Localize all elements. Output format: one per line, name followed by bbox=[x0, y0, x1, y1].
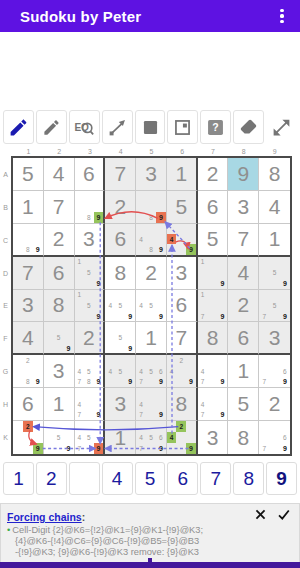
candidate-D3-9: 9 bbox=[94, 278, 104, 289]
candidate-F2-5: 5 bbox=[54, 333, 64, 343]
cell-D9[interactable]: 59 bbox=[259, 257, 290, 290]
candidate-G5-9: 9 bbox=[156, 377, 166, 388]
cell-K8[interactable]: 8 bbox=[228, 421, 259, 454]
candidate-C5-9: 9 bbox=[156, 244, 166, 254]
cell-B2[interactable]: 7 bbox=[44, 191, 75, 224]
candidate-K5-6: 6 bbox=[156, 432, 166, 443]
cell-F8[interactable]: 6 bbox=[228, 322, 259, 355]
cell-E3[interactable]: 159 bbox=[75, 290, 106, 323]
candidate-G3-4: 4 bbox=[75, 366, 85, 377]
candidate-C1-9: 9 bbox=[33, 244, 43, 254]
cell-F7[interactable]: 8 bbox=[198, 322, 229, 355]
bottom-handle-bar[interactable] bbox=[0, 562, 300, 568]
cell-F9[interactable]: 3 bbox=[259, 322, 290, 355]
value-A2: 4 bbox=[44, 158, 74, 190]
cell-C6[interactable]: 49 bbox=[167, 224, 198, 257]
cell-H5[interactable]: 479 bbox=[136, 388, 167, 421]
cell-G7[interactable]: 479 bbox=[198, 355, 229, 388]
candidate-E4-5: 5 bbox=[115, 300, 125, 311]
cell-F4[interactable]: 59 bbox=[105, 322, 136, 355]
cell-H2[interactable]: 1 bbox=[44, 388, 75, 421]
candidate-K1-9: 9 bbox=[33, 443, 43, 454]
value-D6: 3 bbox=[167, 257, 196, 289]
cell-H1[interactable]: 6 bbox=[13, 388, 44, 421]
cell-K1[interactable]: 29 bbox=[13, 421, 44, 454]
cell-A1[interactable]: 5 bbox=[13, 158, 44, 191]
corner-square-icon bbox=[172, 117, 193, 138]
candidate-G7-9: 9 bbox=[218, 377, 228, 388]
cell-C2[interactable]: 2 bbox=[44, 224, 75, 257]
candidate-C1-8: 8 bbox=[23, 244, 33, 254]
candidate-D9-5: 5 bbox=[269, 267, 279, 278]
value-H9: 2 bbox=[259, 388, 290, 420]
cell-G3[interactable]: 45789 bbox=[75, 355, 106, 388]
value-F6: 7 bbox=[167, 322, 196, 353]
candidate-H5-7: 7 bbox=[136, 409, 146, 420]
value-A6: 1 bbox=[167, 158, 196, 190]
candidate-B3-9: 9 bbox=[94, 212, 104, 223]
hint-text-line-2: {4}@K6-{!4}@C6={9}@C6-{!9}@B5={9}@B3 bbox=[7, 536, 293, 547]
value-B4: 2 bbox=[105, 191, 135, 223]
value-F1: 4 bbox=[13, 322, 43, 353]
sudoku-grid: 5467312981789289563489236489495717615982… bbox=[11, 156, 292, 456]
cell-D6[interactable]: 3 bbox=[167, 257, 198, 290]
candidate-K6-4: 4 bbox=[167, 432, 177, 443]
candidate-D9-9: 9 bbox=[280, 278, 290, 289]
sudoku-board: 5467312981789289563489236489495717615982… bbox=[0, 147, 300, 460]
pen-tool-button[interactable] bbox=[3, 110, 34, 144]
candidate-E5-9: 9 bbox=[156, 311, 166, 322]
hint-title-colon: : bbox=[82, 511, 86, 523]
candidate-C5-4: 4 bbox=[136, 234, 146, 244]
chain-link-icon bbox=[107, 117, 128, 138]
candidate-G9-7: 7 bbox=[259, 377, 269, 388]
cell-G2[interactable]: 3 bbox=[44, 355, 75, 388]
value-F9: 3 bbox=[259, 322, 290, 353]
col-label-5: 5 bbox=[136, 147, 167, 156]
value-D5: 2 bbox=[136, 257, 166, 289]
value-C9: 1 bbox=[259, 224, 290, 255]
value-B7: 6 bbox=[198, 191, 228, 223]
candidate-H3-4: 4 bbox=[75, 399, 85, 410]
cell-H3[interactable]: 479 bbox=[75, 388, 106, 421]
candidate-K5-5: 5 bbox=[146, 432, 156, 443]
value-G8: 1 bbox=[228, 355, 258, 387]
col-label-6: 6 bbox=[167, 147, 198, 156]
candidate-G1-2: 2 bbox=[23, 355, 33, 366]
candidate-G1-9: 9 bbox=[33, 377, 43, 388]
row-label-F: F bbox=[0, 322, 11, 355]
candidate-E9-5: 5 bbox=[269, 300, 279, 311]
value-C3: 3 bbox=[75, 224, 104, 255]
candidate-H5-4: 4 bbox=[136, 399, 146, 410]
value-D4: 8 bbox=[105, 257, 135, 289]
accept-hint-icon[interactable] bbox=[276, 508, 291, 521]
value-A1: 5 bbox=[13, 158, 43, 190]
value-F5: 1 bbox=[136, 322, 166, 353]
cell-D8[interactable]: 4 bbox=[228, 257, 259, 290]
col-label-4: 4 bbox=[105, 147, 136, 156]
candidate-B3-8: 8 bbox=[84, 212, 94, 223]
corner-square-tool-button[interactable] bbox=[167, 110, 198, 144]
cell-C4[interactable]: 6 bbox=[105, 224, 136, 257]
help-icon: ? bbox=[205, 117, 226, 138]
value-K7: 3 bbox=[198, 421, 228, 454]
digit-button-8[interactable]: 8 bbox=[233, 462, 264, 495]
cell-E6[interactable]: 6 bbox=[167, 290, 198, 323]
candidate-D3-1: 1 bbox=[75, 257, 85, 268]
cell-D3[interactable]: 159 bbox=[75, 257, 106, 290]
hint-panel: Forcing chains: •Cell-Digit {2}@K6={!2}@… bbox=[0, 503, 300, 563]
candidate-K9-6: 6 bbox=[280, 432, 290, 443]
cell-A7[interactable]: 2 bbox=[198, 158, 229, 191]
fullscreen-tool-button[interactable] bbox=[266, 110, 297, 144]
cell-F5[interactable]: 1 bbox=[136, 322, 167, 355]
candidate-K1-2: 2 bbox=[23, 421, 33, 432]
value-F3: 2 bbox=[75, 322, 104, 353]
candidate-K5-4: 4 bbox=[136, 432, 146, 443]
candidate-H3-9: 9 bbox=[94, 409, 104, 420]
cell-F2[interactable]: 59 bbox=[44, 322, 75, 355]
value-H2: 1 bbox=[44, 388, 74, 420]
candidate-G7-4: 4 bbox=[198, 366, 208, 377]
candidate-K3-4: 4 bbox=[75, 432, 85, 443]
candidate-H7-9: 9 bbox=[218, 409, 228, 420]
digit-button-1[interactable]: 1 bbox=[3, 462, 34, 495]
candidate-G6-4: 4 bbox=[167, 366, 177, 377]
cell-H9[interactable]: 2 bbox=[259, 388, 290, 421]
candidate-D7-1: 1 bbox=[198, 257, 208, 268]
cell-K7[interactable]: 3 bbox=[198, 421, 229, 454]
cell-E8[interactable]: 2 bbox=[228, 290, 259, 323]
value-C7: 5 bbox=[198, 224, 228, 255]
candidate-E7-7: 7 bbox=[198, 311, 208, 322]
cell-A8[interactable]: 9 bbox=[228, 158, 259, 191]
examine-icon: EQ bbox=[73, 116, 95, 138]
cell-D4[interactable]: 8 bbox=[105, 257, 136, 290]
cell-C8[interactable]: 7 bbox=[228, 224, 259, 257]
col-label-3: 3 bbox=[75, 147, 106, 156]
cell-F6[interactable]: 7 bbox=[167, 322, 198, 355]
candidate-E5-5: 5 bbox=[146, 300, 156, 311]
cell-C5[interactable]: 489 bbox=[136, 224, 167, 257]
candidate-D7-9: 9 bbox=[218, 278, 228, 289]
cell-E7[interactable]: 179 bbox=[198, 290, 229, 323]
candidate-G3-8: 8 bbox=[84, 377, 94, 388]
value-A3: 6 bbox=[75, 158, 104, 190]
cell-B7[interactable]: 6 bbox=[198, 191, 229, 224]
cell-E9[interactable]: 579 bbox=[259, 290, 290, 323]
cell-G6[interactable]: 249 bbox=[167, 355, 198, 388]
col-label-8: 8 bbox=[228, 147, 259, 156]
cell-A6[interactable]: 1 bbox=[167, 158, 198, 191]
candidate-E7-9: 9 bbox=[218, 311, 228, 322]
row-label-C: C bbox=[0, 224, 11, 257]
candidate-B5-8: 8 bbox=[146, 212, 156, 223]
candidate-K3-7: 7 bbox=[75, 443, 85, 454]
cell-A9[interactable]: 8 bbox=[259, 158, 290, 191]
overflow-menu-button[interactable] bbox=[272, 6, 292, 26]
svg-text:?: ? bbox=[213, 121, 219, 133]
candidate-K9-9: 9 bbox=[280, 443, 290, 454]
pen-icon bbox=[8, 117, 29, 138]
cell-B1[interactable]: 1 bbox=[13, 191, 44, 224]
candidate-G5-7: 7 bbox=[136, 377, 146, 388]
candidate-F2-9: 9 bbox=[64, 343, 74, 353]
candidate-E4-4: 4 bbox=[105, 300, 115, 311]
cell-H4[interactable]: 3 bbox=[105, 388, 136, 421]
value-C4: 6 bbox=[105, 224, 135, 255]
row-label-D: D bbox=[0, 257, 11, 290]
value-H8: 5 bbox=[228, 388, 258, 420]
candidate-G4-5: 5 bbox=[115, 366, 125, 377]
hint-title-link[interactable]: Forcing chains bbox=[7, 511, 82, 523]
candidate-K2-9: 9 bbox=[64, 443, 74, 454]
cell-G4[interactable]: 459 bbox=[105, 355, 136, 388]
candidate-G9-6: 6 bbox=[280, 366, 290, 377]
hint-bullet: • bbox=[7, 525, 10, 535]
value-C2: 2 bbox=[44, 224, 74, 255]
candidate-K2-5: 5 bbox=[54, 432, 64, 443]
col-label-2: 2 bbox=[44, 147, 75, 156]
cell-D7[interactable]: 19 bbox=[198, 257, 229, 290]
candidate-G3-9: 9 bbox=[94, 377, 104, 388]
cell-A3[interactable]: 6 bbox=[75, 158, 106, 191]
cell-B8[interactable]: 3 bbox=[228, 191, 259, 224]
cell-D5[interactable]: 2 bbox=[136, 257, 167, 290]
help-tool-button[interactable]: ? bbox=[200, 110, 231, 144]
value-A7: 2 bbox=[198, 158, 228, 190]
candidate-G4-9: 9 bbox=[125, 377, 135, 388]
digit-button-6[interactable]: 6 bbox=[167, 462, 198, 495]
col-label-7: 7 bbox=[198, 147, 229, 156]
cell-B3[interactable]: 89 bbox=[75, 191, 106, 224]
row-label-H: H bbox=[0, 388, 11, 421]
value-A8: 9 bbox=[228, 158, 258, 190]
cell-K9[interactable]: 679 bbox=[259, 421, 290, 454]
cell-B4[interactable]: 2 bbox=[105, 191, 136, 224]
value-B2: 7 bbox=[44, 191, 74, 223]
value-C8: 7 bbox=[228, 224, 258, 255]
candidate-H5-9: 9 bbox=[156, 409, 166, 420]
candidate-G4-4: 4 bbox=[105, 366, 115, 377]
candidate-E9-7: 7 bbox=[259, 311, 269, 322]
digit-button-4[interactable]: 4 bbox=[102, 462, 133, 495]
cell-E2[interactable]: 8 bbox=[44, 290, 75, 323]
candidate-C6-4: 4 bbox=[167, 234, 177, 244]
value-K4: 1 bbox=[105, 421, 135, 454]
eraser-tool-button[interactable] bbox=[233, 110, 264, 144]
digit-button-empty[interactable] bbox=[69, 462, 100, 495]
cell-K2[interactable]: 59 bbox=[44, 421, 75, 454]
row-label-B: B bbox=[0, 191, 11, 224]
reject-hint-icon[interactable] bbox=[254, 508, 267, 521]
chain-tool-button[interactable] bbox=[102, 110, 133, 144]
candidate-K5-7: 7 bbox=[136, 443, 146, 454]
candidate-G6-2: 2 bbox=[176, 355, 186, 366]
cell-A4[interactable]: 7 bbox=[105, 158, 136, 191]
value-F7: 8 bbox=[198, 322, 228, 353]
cell-G1[interactable]: 289 bbox=[13, 355, 44, 388]
cell-K5[interactable]: 45679 bbox=[136, 421, 167, 454]
digit-button-7[interactable]: 7 bbox=[200, 462, 231, 495]
cell-D2[interactable]: 6 bbox=[44, 257, 75, 290]
value-D2: 6 bbox=[44, 257, 74, 289]
candidate-E3-9: 9 bbox=[94, 311, 104, 322]
cell-C7[interactable]: 5 bbox=[198, 224, 229, 257]
candidate-C6-9: 9 bbox=[186, 244, 196, 254]
eraser-icon bbox=[238, 117, 259, 138]
fill-square-tool-button[interactable] bbox=[135, 110, 166, 144]
handle-tick bbox=[148, 558, 152, 562]
candidate-E7-1: 1 bbox=[198, 290, 208, 301]
col-label-1: 1 bbox=[13, 147, 44, 156]
value-D8: 4 bbox=[228, 257, 258, 289]
cell-B6[interactable]: 5 bbox=[167, 191, 198, 224]
cell-E1[interactable]: 3 bbox=[13, 290, 44, 323]
cell-G5[interactable]: 45679 bbox=[136, 355, 167, 388]
digit-button-5[interactable]: 5 bbox=[135, 462, 166, 495]
value-A4: 7 bbox=[105, 158, 135, 190]
candidate-F4-5: 5 bbox=[115, 333, 125, 343]
cell-H6[interactable]: 8 bbox=[167, 388, 198, 421]
cell-F3[interactable]: 2 bbox=[75, 322, 106, 355]
cell-A5[interactable]: 3 bbox=[136, 158, 167, 191]
cell-H7[interactable]: 479 bbox=[198, 388, 229, 421]
candidate-G5-4: 4 bbox=[136, 366, 146, 377]
candidate-K6-2: 2 bbox=[176, 421, 186, 432]
app-title: Sudoku by Peter bbox=[20, 8, 141, 25]
candidate-H7-7: 7 bbox=[198, 409, 208, 420]
cell-G8[interactable]: 1 bbox=[228, 355, 259, 388]
value-B6: 5 bbox=[167, 191, 196, 223]
candidate-G3-5: 5 bbox=[84, 366, 94, 377]
row-label-E: E bbox=[0, 290, 11, 323]
candidate-E3-5: 5 bbox=[84, 300, 94, 311]
candidate-E4-9: 9 bbox=[125, 311, 135, 322]
row-label-K: K bbox=[0, 421, 11, 454]
filled-square-icon bbox=[140, 117, 161, 138]
value-A5: 3 bbox=[136, 158, 166, 190]
value-B8: 3 bbox=[228, 191, 258, 223]
value-F8: 6 bbox=[228, 322, 258, 353]
value-E8: 2 bbox=[228, 290, 258, 322]
cell-A2[interactable]: 4 bbox=[44, 158, 75, 191]
candidate-B5-9: 9 bbox=[156, 212, 166, 223]
col-label-9: 9 bbox=[259, 147, 290, 156]
cell-E4[interactable]: 459 bbox=[105, 290, 136, 323]
value-H6: 8 bbox=[167, 388, 196, 420]
candidate-H3-7: 7 bbox=[75, 409, 85, 420]
candidate-G9-9: 9 bbox=[280, 377, 290, 388]
examine-tool-button[interactable]: EQ bbox=[69, 110, 100, 144]
row-label-A: A bbox=[0, 158, 11, 191]
cell-E5[interactable]: 459 bbox=[136, 290, 167, 323]
toolbar: EQ ? bbox=[0, 110, 300, 144]
candidate-G6-9: 9 bbox=[186, 377, 196, 388]
value-B9: 4 bbox=[259, 191, 290, 223]
candidate-K3-9: 9 bbox=[94, 443, 104, 454]
candidate-H7-4: 4 bbox=[198, 399, 208, 410]
value-E1: 3 bbox=[13, 290, 43, 322]
hint-text-line-3: -{!9}@K3; {9}@K6-{!9}@K3 remove: {9}@K3 bbox=[7, 547, 293, 558]
pencil-tool-button[interactable] bbox=[36, 110, 67, 144]
candidate-E3-1: 1 bbox=[75, 290, 85, 301]
cell-G9[interactable]: 679 bbox=[259, 355, 290, 388]
candidate-G5-5: 5 bbox=[146, 366, 156, 377]
cell-D1[interactable]: 7 bbox=[13, 257, 44, 290]
digit-button-9[interactable]: 9 bbox=[266, 462, 297, 495]
cell-K6[interactable]: 249 bbox=[167, 421, 198, 454]
value-G2: 3 bbox=[44, 355, 74, 387]
candidate-D3-5: 5 bbox=[84, 267, 94, 278]
value-A9: 8 bbox=[259, 158, 290, 190]
hint-text-line-1: •Cell-Digit {2}@K6={!2}@K1={9}@K1-{!9}@K… bbox=[7, 525, 293, 536]
candidate-G3-7: 7 bbox=[75, 377, 85, 388]
value-H4: 3 bbox=[105, 388, 135, 420]
value-E6: 6 bbox=[167, 290, 196, 322]
app-header: Sudoku by Peter bbox=[0, 0, 300, 32]
value-K8: 8 bbox=[228, 421, 258, 454]
candidate-G1-8: 8 bbox=[23, 377, 33, 388]
value-B1: 1 bbox=[13, 191, 43, 223]
cell-C9[interactable]: 1 bbox=[259, 224, 290, 257]
fullscreen-icon bbox=[271, 117, 292, 138]
cell-C1[interactable]: 89 bbox=[13, 224, 44, 257]
cell-F1[interactable]: 4 bbox=[13, 322, 44, 355]
cell-C3[interactable]: 3 bbox=[75, 224, 106, 257]
cell-K3[interactable]: 4579 bbox=[75, 421, 106, 454]
candidate-K5-9: 9 bbox=[156, 443, 166, 454]
cell-B9[interactable]: 4 bbox=[259, 191, 290, 224]
candidate-G5-6: 6 bbox=[156, 366, 166, 377]
candidate-K6-9: 9 bbox=[186, 443, 196, 454]
candidate-C5-8: 8 bbox=[146, 244, 156, 254]
cell-K4[interactable]: 1 bbox=[105, 421, 136, 454]
pencil-icon bbox=[42, 118, 61, 137]
cell-B5[interactable]: 89 bbox=[136, 191, 167, 224]
value-H1: 6 bbox=[13, 388, 43, 420]
digit-button-2[interactable]: 2 bbox=[36, 462, 67, 495]
cell-H8[interactable]: 5 bbox=[228, 388, 259, 421]
candidate-F4-9: 9 bbox=[125, 343, 135, 353]
candidate-K3-5: 5 bbox=[84, 432, 94, 443]
candidate-K9-7: 7 bbox=[259, 443, 269, 454]
candidate-E5-4: 4 bbox=[136, 300, 146, 311]
row-label-G: G bbox=[0, 355, 11, 388]
value-E2: 8 bbox=[44, 290, 74, 322]
value-D1: 7 bbox=[13, 257, 43, 289]
candidate-G7-7: 7 bbox=[198, 377, 208, 388]
candidate-E9-9: 9 bbox=[280, 311, 290, 322]
digit-pad: 12456789 bbox=[0, 462, 300, 495]
